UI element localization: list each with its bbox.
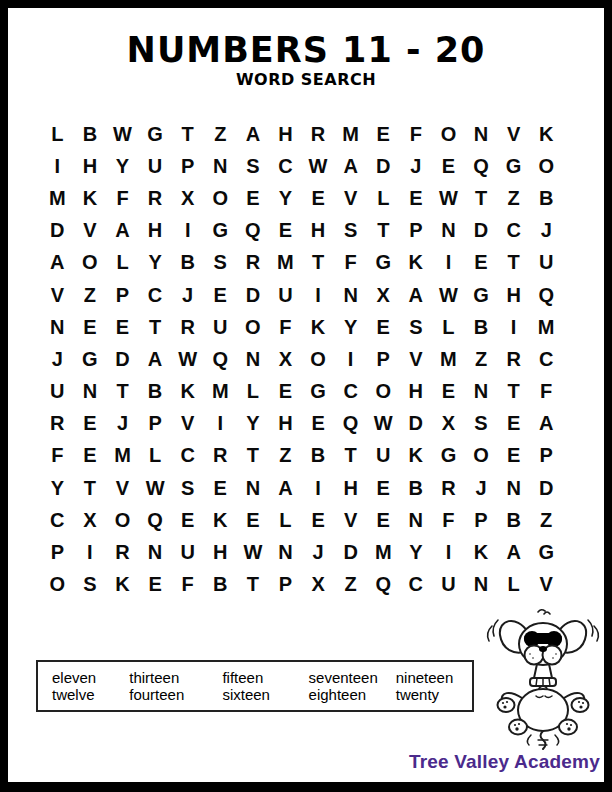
grid-cell[interactable]: N (204, 150, 237, 182)
grid-cell[interactable]: B (400, 472, 433, 504)
grid-cell[interactable]: B (530, 182, 563, 214)
grid-cell[interactable]: X (171, 182, 204, 214)
grid-cell[interactable]: E (269, 215, 302, 247)
grid-cell[interactable]: K (171, 376, 204, 408)
grid-cell[interactable]: D (465, 215, 498, 247)
grid-cell[interactable]: N (497, 472, 530, 504)
grid-cell[interactable]: U (269, 279, 302, 311)
grid-cell[interactable]: W (171, 343, 204, 375)
grid-cell[interactable]: B (74, 118, 107, 150)
grid-cell[interactable]: C (334, 376, 367, 408)
grid-cell[interactable]: K (74, 182, 107, 214)
grid-cell[interactable]: W (432, 279, 465, 311)
grid-cell[interactable]: P (106, 279, 139, 311)
grid-cell[interactable]: A (269, 472, 302, 504)
grid-cell[interactable]: O (465, 440, 498, 472)
grid-cell[interactable]: E (497, 408, 530, 440)
grid-cell[interactable]: P (367, 343, 400, 375)
grid-cell[interactable]: H (269, 118, 302, 150)
grid-cell[interactable]: F (106, 182, 139, 214)
grid-cell[interactable]: T (367, 215, 400, 247)
grid-cell[interactable]: O (530, 150, 563, 182)
grid-cell[interactable]: M (334, 118, 367, 150)
grid-cell[interactable]: C (41, 504, 74, 536)
grid-cell[interactable]: Z (497, 182, 530, 214)
grid-cell[interactable]: D (530, 472, 563, 504)
grid-cell[interactable]: F (432, 504, 465, 536)
grid-cell[interactable]: D (237, 279, 270, 311)
grid-cell[interactable]: K (400, 247, 433, 279)
grid-cell[interactable]: Q (139, 504, 172, 536)
grid-cell[interactable]: K (302, 311, 335, 343)
grid-cell[interactable]: E (400, 182, 433, 214)
grid-cell[interactable]: W (302, 150, 335, 182)
grid-cell[interactable]: P (530, 440, 563, 472)
grid-cell[interactable]: A (139, 343, 172, 375)
grid-cell[interactable]: C (497, 215, 530, 247)
grid-cell[interactable]: U (530, 247, 563, 279)
grid-cell[interactable]: R (432, 472, 465, 504)
grid-cell[interactable]: S (171, 472, 204, 504)
grid-cell[interactable]: Y (269, 182, 302, 214)
page-title: NUMBERS 11 - 20 (8, 32, 604, 69)
grid-cell[interactable]: D (400, 408, 433, 440)
grid-cell[interactable]: E (204, 279, 237, 311)
header: NUMBERS 11 - 20 WORD SEARCH (8, 32, 604, 89)
word-list-item: eighteen (309, 686, 396, 703)
grid-cell[interactable]: M (204, 376, 237, 408)
grid-cell[interactable]: V (334, 182, 367, 214)
grid-cell[interactable]: Y (41, 472, 74, 504)
grid-cell[interactable]: G (139, 118, 172, 150)
grid-cell[interactable]: I (497, 311, 530, 343)
grid-cell[interactable]: O (41, 569, 74, 601)
grid-cell[interactable]: Z (269, 440, 302, 472)
grid-cell[interactable]: V (74, 215, 107, 247)
grid-cell[interactable]: M (367, 536, 400, 568)
word-list-item: eleven (52, 669, 129, 686)
grid-cell[interactable]: L (367, 182, 400, 214)
word-list-item: seventeen (309, 669, 396, 686)
grid-cell[interactable]: M (41, 182, 74, 214)
grid-cell[interactable]: J (465, 472, 498, 504)
grid-cell[interactable]: N (432, 215, 465, 247)
grid-cell[interactable]: X (367, 279, 400, 311)
grid-cell[interactable]: E (106, 311, 139, 343)
word-list-item: sixteen (222, 686, 308, 703)
grid-cell[interactable]: D (106, 343, 139, 375)
grid-cell[interactable]: J (171, 279, 204, 311)
grid-cell[interactable]: T (237, 440, 270, 472)
grid-cell[interactable]: A (237, 118, 270, 150)
grid-cell[interactable]: B (465, 311, 498, 343)
grid-cell[interactable]: E (237, 504, 270, 536)
grid-cell[interactable]: I (171, 215, 204, 247)
grid-cell[interactable]: O (367, 376, 400, 408)
grid-cell[interactable]: T (106, 376, 139, 408)
grid-cell[interactable]: G (497, 150, 530, 182)
word-list-column: thirteenfourteen (129, 669, 222, 703)
grid-cell[interactable]: R (106, 536, 139, 568)
grid-cell[interactable]: W (106, 118, 139, 150)
grid-cell[interactable]: Q (334, 408, 367, 440)
grid-cell[interactable]: I (302, 472, 335, 504)
grid-cell[interactable]: A (334, 150, 367, 182)
grid-cell[interactable]: V (41, 279, 74, 311)
grid-cell[interactable]: O (74, 247, 107, 279)
grid-cell[interactable]: R (302, 118, 335, 150)
grid-cell[interactable]: S (400, 311, 433, 343)
word-list-column: nineteentwenty (396, 669, 472, 703)
grid-cell[interactable]: U (367, 440, 400, 472)
grid-cell[interactable]: P (400, 215, 433, 247)
grid-cell[interactable]: F (171, 569, 204, 601)
grid-cell[interactable]: J (41, 343, 74, 375)
word-list-column: seventeeneighteen (309, 669, 396, 703)
grid-cell[interactable]: K (465, 536, 498, 568)
grid-cell[interactable]: Z (204, 118, 237, 150)
grid-cell[interactable]: E (432, 150, 465, 182)
grid-cell[interactable]: Z (465, 343, 498, 375)
grid-cell[interactable]: Y (106, 150, 139, 182)
grid-cell[interactable]: E (302, 408, 335, 440)
grid-cell[interactable]: V (400, 343, 433, 375)
grid-cell[interactable]: I (74, 536, 107, 568)
grid-cell[interactable]: B (171, 247, 204, 279)
grid-cell[interactable]: B (497, 504, 530, 536)
grid-cell[interactable]: G (465, 279, 498, 311)
grid-cell[interactable]: X (432, 408, 465, 440)
grid-cell[interactable]: C (400, 569, 433, 601)
letter-grid: LBWGTZAHRMEFONVKIHYUPNSCWADJEQGOMKFRXOEY… (41, 118, 563, 601)
grid-cell[interactable]: H (334, 472, 367, 504)
word-list-item: twelve (52, 686, 129, 703)
grid-cell[interactable]: N (237, 472, 270, 504)
grid-cell[interactable]: Q (367, 569, 400, 601)
grid-cell[interactable]: Y (139, 247, 172, 279)
grid-cell[interactable]: R (497, 343, 530, 375)
grid-cell[interactable]: U (432, 569, 465, 601)
grid-cell[interactable]: F (41, 440, 74, 472)
word-list: eleventwelvethirteenfourteenfifteensixte… (36, 660, 474, 712)
grid-cell[interactable]: T (497, 376, 530, 408)
grid-cell[interactable]: K (204, 504, 237, 536)
grid-cell[interactable]: Q (465, 150, 498, 182)
word-list-item: twenty (396, 686, 472, 703)
grid-cell[interactable]: I (432, 247, 465, 279)
grid-cell[interactable]: P (41, 536, 74, 568)
grid-cell[interactable]: Q (530, 279, 563, 311)
grid-cell[interactable]: L (497, 569, 530, 601)
grid-cell[interactable]: X (302, 569, 335, 601)
grid-cell[interactable]: E (171, 504, 204, 536)
grid-cell[interactable]: S (334, 215, 367, 247)
grid-cell[interactable]: E (302, 504, 335, 536)
grid-cell[interactable]: R (171, 311, 204, 343)
grid-cell[interactable]: T (334, 440, 367, 472)
grid-cell[interactable]: A (106, 215, 139, 247)
grid-cell[interactable]: N (269, 536, 302, 568)
grid-cell[interactable]: B (302, 440, 335, 472)
grid-cell[interactable]: O (432, 118, 465, 150)
grid-cell[interactable]: F (530, 376, 563, 408)
grid-cell[interactable]: F (334, 247, 367, 279)
grid-cell[interactable]: Z (334, 569, 367, 601)
grid-cell[interactable]: L (432, 311, 465, 343)
grid-cell[interactable]: V (497, 118, 530, 150)
grid-cell[interactable]: G (432, 440, 465, 472)
grid-cell[interactable]: M (106, 440, 139, 472)
grid-cell[interactable]: I (204, 408, 237, 440)
grid-cell[interactable]: N (465, 569, 498, 601)
grid-cell[interactable]: M (530, 311, 563, 343)
page-subtitle: WORD SEARCH (8, 70, 604, 89)
grid-cell[interactable]: F (400, 118, 433, 150)
grid-cell[interactable]: E (432, 376, 465, 408)
grid-cell[interactable]: E (269, 376, 302, 408)
grid-cell[interactable]: O (106, 504, 139, 536)
grid-cell[interactable]: V (334, 504, 367, 536)
grid-cell[interactable]: H (74, 150, 107, 182)
grid-cell[interactable]: J (530, 215, 563, 247)
grid-cell[interactable]: T (465, 182, 498, 214)
grid-cell[interactable]: X (74, 504, 107, 536)
grid-cell[interactable]: E (74, 408, 107, 440)
grid-cell[interactable]: T (497, 247, 530, 279)
grid-cell[interactable]: H (204, 536, 237, 568)
grid-cell[interactable]: U (204, 311, 237, 343)
grid-cell[interactable]: A (530, 408, 563, 440)
grid-cell[interactable]: K (106, 569, 139, 601)
grid-cell[interactable]: S (465, 408, 498, 440)
grid-cell[interactable]: E (204, 472, 237, 504)
grid-cell[interactable]: E (139, 569, 172, 601)
branding-text: Tree Valley Academy (300, 751, 600, 773)
grid-cell[interactable]: B (204, 569, 237, 601)
grid-cell[interactable]: L (139, 440, 172, 472)
grid-cell[interactable]: O (204, 182, 237, 214)
grid-cell[interactable]: I (41, 150, 74, 182)
grid-cell[interactable]: E (367, 118, 400, 150)
grid-cell[interactable]: M (432, 343, 465, 375)
word-list-column: fifteensixteen (222, 669, 308, 703)
grid-cell[interactable]: U (139, 150, 172, 182)
grid-cell[interactable]: E (74, 440, 107, 472)
grid-cell[interactable]: R (237, 247, 270, 279)
grid-cell[interactable]: E (302, 182, 335, 214)
grid-cell[interactable]: J (302, 536, 335, 568)
grid-cell[interactable]: I (334, 343, 367, 375)
grid-cell[interactable]: G (302, 376, 335, 408)
grid-cell[interactable]: N (465, 118, 498, 150)
grid-cell[interactable]: S (204, 247, 237, 279)
grid-cell[interactable]: E (367, 504, 400, 536)
grid-cell[interactable]: E (497, 440, 530, 472)
grid-cell[interactable]: Q (204, 343, 237, 375)
grid-cell[interactable]: L (237, 376, 270, 408)
word-list-item: thirteen (129, 669, 222, 686)
grid-cell[interactable]: A (497, 536, 530, 568)
word-list-item: nineteen (396, 669, 472, 686)
grid-cell[interactable]: G (74, 343, 107, 375)
grid-cell[interactable]: E (465, 247, 498, 279)
grid-cell[interactable]: U (171, 536, 204, 568)
grid-cell[interactable]: R (41, 408, 74, 440)
grid-cell[interactable]: C (139, 279, 172, 311)
grid-cell[interactable]: L (269, 504, 302, 536)
grid-cell[interactable]: N (41, 311, 74, 343)
grid-cell[interactable]: S (237, 150, 270, 182)
grid-cell[interactable]: S (74, 569, 107, 601)
grid-cell[interactable]: Z (530, 504, 563, 536)
grid-cell[interactable]: L (41, 118, 74, 150)
grid-cell[interactable]: N (237, 343, 270, 375)
grid-cell[interactable]: Y (237, 408, 270, 440)
grid-cell[interactable]: T (139, 311, 172, 343)
grid-cell[interactable]: W (237, 536, 270, 568)
grid-cell[interactable]: Y (334, 311, 367, 343)
grid-cell[interactable]: C (171, 440, 204, 472)
grid-cell[interactable]: D (334, 536, 367, 568)
grid-cell[interactable]: C (530, 343, 563, 375)
grid-cell[interactable]: T (171, 118, 204, 150)
grid-cell[interactable]: N (334, 279, 367, 311)
grid-cell[interactable]: K (530, 118, 563, 150)
grid-cell[interactable]: G (367, 247, 400, 279)
grid-cell[interactable]: Q (237, 215, 270, 247)
grid-cell[interactable]: V (171, 408, 204, 440)
grid-cell[interactable]: W (432, 182, 465, 214)
grid-cell[interactable]: G (204, 215, 237, 247)
grid-cell[interactable]: J (106, 408, 139, 440)
grid-cell[interactable]: T (302, 247, 335, 279)
grid-cell[interactable]: Z (74, 279, 107, 311)
grid-cell[interactable]: T (237, 569, 270, 601)
grid-cell[interactable]: T (74, 472, 107, 504)
grid-cell[interactable]: E (367, 311, 400, 343)
grid-cell[interactable]: X (269, 343, 302, 375)
grid-cell[interactable]: D (367, 150, 400, 182)
grid-cell[interactable]: M (269, 247, 302, 279)
grid-cell[interactable]: D (41, 215, 74, 247)
grid-cell[interactable]: N (74, 376, 107, 408)
grid-cell[interactable]: V (106, 472, 139, 504)
grid-cell[interactable]: B (139, 376, 172, 408)
grid-cell[interactable]: O (302, 343, 335, 375)
grid-cell[interactable]: P (465, 504, 498, 536)
grid-cell[interactable]: P (171, 150, 204, 182)
grid-cell[interactable]: H (497, 279, 530, 311)
grid-cell[interactable]: A (400, 279, 433, 311)
grid-cell[interactable]: E (237, 182, 270, 214)
worksheet-page: NUMBERS 11 - 20 WORD SEARCH LBWGTZAHRMEF… (0, 0, 612, 792)
word-list-item: fifteen (222, 669, 308, 686)
grid-cell[interactable]: E (367, 472, 400, 504)
grid-cell[interactable]: F (269, 311, 302, 343)
grid-cell[interactable]: G (530, 536, 563, 568)
grid-cell[interactable]: E (74, 311, 107, 343)
dog-clipart (478, 608, 608, 750)
grid-cell[interactable]: P (139, 408, 172, 440)
grid-cell[interactable]: P (269, 569, 302, 601)
grid-cell[interactable]: H (139, 215, 172, 247)
word-list-column: eleventwelve (52, 669, 129, 703)
grid-cell[interactable]: L (106, 247, 139, 279)
grid-cell[interactable]: N (139, 536, 172, 568)
grid-cell[interactable]: O (237, 311, 270, 343)
grid-cell[interactable]: A (41, 247, 74, 279)
grid-cell[interactable]: Y (400, 536, 433, 568)
grid-cell[interactable]: R (139, 182, 172, 214)
grid-cell[interactable]: R (204, 440, 237, 472)
grid-cell[interactable]: C (269, 150, 302, 182)
grid-cell[interactable]: K (400, 440, 433, 472)
grid-cell[interactable]: J (400, 150, 433, 182)
grid-cell[interactable]: W (139, 472, 172, 504)
grid-cell[interactable]: H (269, 408, 302, 440)
grid-cell[interactable]: H (302, 215, 335, 247)
grid-cell[interactable]: N (400, 504, 433, 536)
grid-cell[interactable]: W (367, 408, 400, 440)
grid-cell[interactable]: I (432, 536, 465, 568)
grid-cell[interactable]: N (465, 376, 498, 408)
grid-cell[interactable]: V (530, 569, 563, 601)
word-list-item: fourteen (129, 686, 222, 703)
grid-cell[interactable]: H (400, 376, 433, 408)
grid-cell[interactable]: I (302, 279, 335, 311)
grid-cell[interactable]: U (41, 376, 74, 408)
